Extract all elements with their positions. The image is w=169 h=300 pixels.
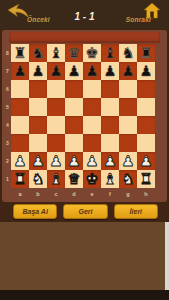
piece-white-knight: ♞	[119, 170, 137, 188]
piece-black-bishop: ♝	[47, 44, 65, 62]
square-h7[interactable]: ♟	[137, 62, 155, 80]
piece-black-queen: ♛	[65, 44, 83, 62]
game-panel: 87654321 ♜♞♝♛♚♝♞♜♟♟♟♟♟♟♟♟♟♟♟♟♟♟♟♟♜♞♝♛♚♝♞…	[0, 29, 169, 222]
file-labels: abcdefgh	[11, 188, 155, 201]
square-b3[interactable]	[29, 134, 47, 152]
square-d8[interactable]: ♛	[65, 44, 83, 62]
square-g7[interactable]: ♟	[119, 62, 137, 80]
square-d4[interactable]	[65, 116, 83, 134]
piece-black-knight: ♞	[29, 44, 47, 62]
square-b7[interactable]: ♟	[29, 62, 47, 80]
restart-button[interactable]: Başa Al	[13, 204, 57, 219]
square-g8[interactable]: ♞	[119, 44, 137, 62]
piece-white-pawn: ♟	[47, 152, 65, 170]
square-g5[interactable]	[119, 98, 137, 116]
square-b5[interactable]	[29, 98, 47, 116]
square-h4[interactable]	[137, 116, 155, 134]
square-a3[interactable]	[11, 134, 29, 152]
controls-row: Başa Al Geri İleri	[13, 204, 158, 219]
square-b1[interactable]: ♞	[29, 170, 47, 188]
square-h3[interactable]	[137, 134, 155, 152]
square-f8[interactable]: ♝	[101, 44, 119, 62]
file-label-a: a	[11, 188, 29, 201]
square-d3[interactable]	[65, 134, 83, 152]
piece-white-pawn: ♟	[83, 152, 101, 170]
square-f5[interactable]	[101, 98, 119, 116]
piece-black-pawn: ♟	[29, 62, 47, 80]
square-e8[interactable]: ♚	[83, 44, 101, 62]
piece-white-bishop: ♝	[47, 170, 65, 188]
square-f3[interactable]	[101, 134, 119, 152]
square-c1[interactable]: ♝	[47, 170, 65, 188]
piece-black-pawn: ♟	[47, 62, 65, 80]
square-a5[interactable]	[11, 98, 29, 116]
scrollbar[interactable]	[165, 222, 169, 291]
square-h5[interactable]	[137, 98, 155, 116]
square-f1[interactable]: ♝	[101, 170, 119, 188]
square-e1[interactable]: ♚	[83, 170, 101, 188]
square-c6[interactable]	[47, 80, 65, 98]
step-forward-button[interactable]: İleri	[114, 204, 158, 219]
square-d1[interactable]: ♛	[65, 170, 83, 188]
piece-white-rook: ♜	[137, 170, 155, 188]
file-label-d: d	[65, 188, 83, 201]
step-back-button[interactable]: Geri	[63, 204, 107, 219]
piece-black-bishop: ♝	[101, 44, 119, 62]
square-f7[interactable]: ♟	[101, 62, 119, 80]
square-e5[interactable]	[83, 98, 101, 116]
square-a6[interactable]	[11, 80, 29, 98]
square-g2[interactable]: ♟	[119, 152, 137, 170]
square-b6[interactable]	[29, 80, 47, 98]
piece-black-pawn: ♟	[83, 62, 101, 80]
square-e7[interactable]: ♟	[83, 62, 101, 80]
square-a8[interactable]: ♜	[11, 44, 29, 62]
piece-black-pawn: ♟	[65, 62, 83, 80]
piece-white-pawn: ♟	[29, 152, 47, 170]
piece-white-pawn: ♟	[65, 152, 83, 170]
file-label-g: g	[119, 188, 137, 201]
square-d6[interactable]	[65, 80, 83, 98]
file-label-f: f	[101, 188, 119, 201]
square-a2[interactable]: ♟	[11, 152, 29, 170]
piece-white-king: ♚	[83, 170, 101, 188]
square-g3[interactable]	[119, 134, 137, 152]
square-c7[interactable]: ♟	[47, 62, 65, 80]
piece-black-rook: ♜	[137, 44, 155, 62]
square-a4[interactable]	[11, 116, 29, 134]
piece-white-rook: ♜	[11, 170, 29, 188]
square-e4[interactable]	[83, 116, 101, 134]
square-g4[interactable]	[119, 116, 137, 134]
square-d2[interactable]: ♟	[65, 152, 83, 170]
chess-board: ♜♞♝♛♚♝♞♜♟♟♟♟♟♟♟♟♟♟♟♟♟♟♟♟♜♞♝♛♚♝♞♜	[11, 44, 155, 188]
square-f2[interactable]: ♟	[101, 152, 119, 170]
square-d7[interactable]: ♟	[65, 62, 83, 80]
square-h1[interactable]: ♜	[137, 170, 155, 188]
square-f6[interactable]	[101, 80, 119, 98]
piece-black-pawn: ♟	[101, 62, 119, 80]
file-label-h: h	[137, 188, 155, 201]
square-a1[interactable]: ♜	[11, 170, 29, 188]
piece-white-bishop: ♝	[101, 170, 119, 188]
board-top-edge	[9, 32, 160, 43]
square-e6[interactable]	[83, 80, 101, 98]
square-c4[interactable]	[47, 116, 65, 134]
file-label-b: b	[29, 188, 47, 201]
square-h8[interactable]: ♜	[137, 44, 155, 62]
square-c2[interactable]: ♟	[47, 152, 65, 170]
square-b8[interactable]: ♞	[29, 44, 47, 62]
square-a7[interactable]: ♟	[11, 62, 29, 80]
piece-white-pawn: ♟	[101, 152, 119, 170]
top-bar: Önceki 1 - 1 Sonraki	[0, 0, 169, 29]
piece-black-rook: ♜	[11, 44, 29, 62]
square-h2[interactable]: ♟	[137, 152, 155, 170]
piece-black-pawn: ♟	[11, 62, 29, 80]
square-f4[interactable]	[101, 116, 119, 134]
square-b4[interactable]	[29, 116, 47, 134]
square-g1[interactable]: ♞	[119, 170, 137, 188]
square-g6[interactable]	[119, 80, 137, 98]
file-label-e: e	[83, 188, 101, 201]
square-h6[interactable]	[137, 80, 155, 98]
square-c8[interactable]: ♝	[47, 44, 65, 62]
board-frame: 87654321 ♜♞♝♛♚♝♞♜♟♟♟♟♟♟♟♟♟♟♟♟♟♟♟♟♜♞♝♛♚♝♞…	[2, 30, 167, 202]
square-d5[interactable]	[65, 98, 83, 116]
piece-white-pawn: ♟	[119, 152, 137, 170]
next-move-label[interactable]: Sonraki	[126, 16, 151, 23]
square-c5[interactable]	[47, 98, 65, 116]
piece-black-pawn: ♟	[137, 62, 155, 80]
square-b2[interactable]: ♟	[29, 152, 47, 170]
piece-black-king: ♚	[83, 44, 101, 62]
piece-black-knight: ♞	[119, 44, 137, 62]
square-c3[interactable]	[47, 134, 65, 152]
piece-white-pawn: ♟	[137, 152, 155, 170]
square-e3[interactable]	[83, 134, 101, 152]
file-label-c: c	[47, 188, 65, 201]
piece-black-pawn: ♟	[119, 62, 137, 80]
piece-white-queen: ♛	[65, 170, 83, 188]
bottom-system-bar	[0, 290, 169, 300]
piece-white-pawn: ♟	[11, 152, 29, 170]
chess-app-screen: Önceki 1 - 1 Sonraki 87654321 ♜♞♝♛♚♝♞♜♟♟…	[0, 0, 169, 300]
piece-white-knight: ♞	[29, 170, 47, 188]
square-e2[interactable]: ♟	[83, 152, 101, 170]
